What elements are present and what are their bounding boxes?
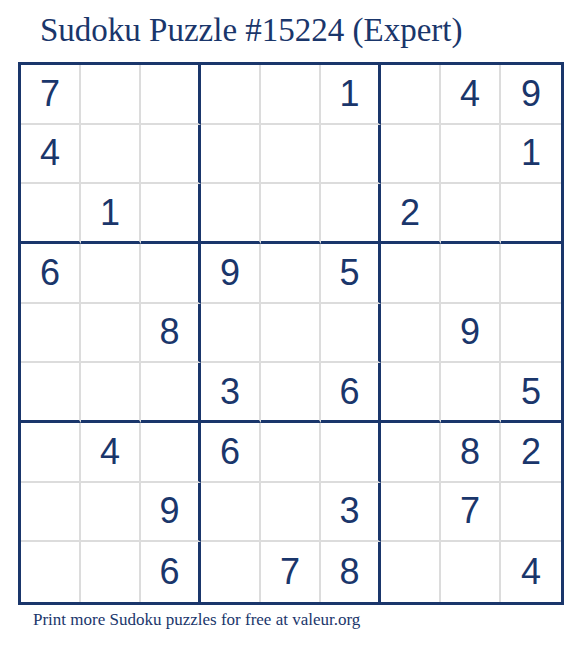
- sudoku-cell-r8c9[interactable]: [501, 483, 561, 543]
- sudoku-cell-r8c1[interactable]: [21, 483, 81, 543]
- sudoku-cell-r4c2[interactable]: [81, 244, 141, 304]
- sudoku-cell-r2c2[interactable]: [81, 125, 141, 185]
- sudoku-cell-r3c2[interactable]: 1: [81, 184, 141, 244]
- sudoku-cell-r6c5[interactable]: [261, 363, 321, 423]
- sudoku-cell-r3c6[interactable]: [321, 184, 381, 244]
- footer-text: Print more Sudoku puzzles for free at va…: [33, 610, 360, 630]
- sudoku-cell-r8c7[interactable]: [381, 483, 441, 543]
- sudoku-cell-r2c4[interactable]: [201, 125, 261, 185]
- sudoku-cell-r7c4[interactable]: 6: [201, 423, 261, 483]
- sudoku-cell-r7c5[interactable]: [261, 423, 321, 483]
- sudoku-cell-r3c3[interactable]: [141, 184, 201, 244]
- sudoku-cell-r8c6[interactable]: 3: [321, 483, 381, 543]
- sudoku-cell-r2c7[interactable]: [381, 125, 441, 185]
- sudoku-cell-r8c3[interactable]: 9: [141, 483, 201, 543]
- sudoku-cell-r6c4[interactable]: 3: [201, 363, 261, 423]
- sudoku-cell-r9c2[interactable]: [81, 542, 141, 602]
- sudoku-cell-r5c4[interactable]: [201, 304, 261, 364]
- sudoku-cell-r6c8[interactable]: [441, 363, 501, 423]
- sudoku-cell-r1c6[interactable]: 1: [321, 65, 381, 125]
- sudoku-cell-r9c5[interactable]: 7: [261, 542, 321, 602]
- sudoku-cell-r1c4[interactable]: [201, 65, 261, 125]
- sudoku-cell-r6c7[interactable]: [381, 363, 441, 423]
- sudoku-cell-r2c9[interactable]: 1: [501, 125, 561, 185]
- sudoku-cell-r3c1[interactable]: [21, 184, 81, 244]
- sudoku-cell-r9c9[interactable]: 4: [501, 542, 561, 602]
- sudoku-cell-r4c3[interactable]: [141, 244, 201, 304]
- sudoku-cell-r7c2[interactable]: 4: [81, 423, 141, 483]
- sudoku-cell-r8c5[interactable]: [261, 483, 321, 543]
- sudoku-cell-r4c4[interactable]: 9: [201, 244, 261, 304]
- sudoku-cell-r1c7[interactable]: [381, 65, 441, 125]
- sudoku-cell-r5c8[interactable]: 9: [441, 304, 501, 364]
- sudoku-cell-r5c3[interactable]: 8: [141, 304, 201, 364]
- sudoku-cell-r4c1[interactable]: 6: [21, 244, 81, 304]
- sudoku-cell-r7c7[interactable]: [381, 423, 441, 483]
- sudoku-cell-r6c9[interactable]: 5: [501, 363, 561, 423]
- sudoku-cell-r3c5[interactable]: [261, 184, 321, 244]
- sudoku-cell-r2c1[interactable]: 4: [21, 125, 81, 185]
- sudoku-cell-r2c8[interactable]: [441, 125, 501, 185]
- sudoku-cell-r7c6[interactable]: [321, 423, 381, 483]
- sudoku-cell-r8c8[interactable]: 7: [441, 483, 501, 543]
- sudoku-cell-r6c1[interactable]: [21, 363, 81, 423]
- sudoku-cell-r4c7[interactable]: [381, 244, 441, 304]
- sudoku-cell-r5c7[interactable]: [381, 304, 441, 364]
- sudoku-cell-r4c6[interactable]: 5: [321, 244, 381, 304]
- sudoku-cell-r9c4[interactable]: [201, 542, 261, 602]
- sudoku-cell-r4c8[interactable]: [441, 244, 501, 304]
- sudoku-cell-r3c8[interactable]: [441, 184, 501, 244]
- sudoku-cell-r1c8[interactable]: 4: [441, 65, 501, 125]
- sudoku-cell-r7c3[interactable]: [141, 423, 201, 483]
- sudoku-cell-r9c3[interactable]: 6: [141, 542, 201, 602]
- sudoku-cell-r3c4[interactable]: [201, 184, 261, 244]
- sudoku-cell-r3c9[interactable]: [501, 184, 561, 244]
- sudoku-cell-r8c4[interactable]: [201, 483, 261, 543]
- sudoku-page: Sudoku Puzzle #15224 (Expert) 7149411269…: [0, 0, 580, 651]
- sudoku-cell-r9c1[interactable]: [21, 542, 81, 602]
- sudoku-cell-r9c8[interactable]: [441, 542, 501, 602]
- sudoku-cell-r5c9[interactable]: [501, 304, 561, 364]
- sudoku-cell-r6c2[interactable]: [81, 363, 141, 423]
- sudoku-cell-r5c2[interactable]: [81, 304, 141, 364]
- sudoku-cell-r5c6[interactable]: [321, 304, 381, 364]
- sudoku-cell-r7c9[interactable]: 2: [501, 423, 561, 483]
- sudoku-cell-r6c6[interactable]: 6: [321, 363, 381, 423]
- sudoku-cell-r4c9[interactable]: [501, 244, 561, 304]
- sudoku-cell-r1c9[interactable]: 9: [501, 65, 561, 125]
- sudoku-cell-r1c2[interactable]: [81, 65, 141, 125]
- sudoku-board: 714941126958936546829376784: [18, 62, 564, 605]
- sudoku-cell-r9c7[interactable]: [381, 542, 441, 602]
- page-title: Sudoku Puzzle #15224 (Expert): [40, 14, 463, 47]
- sudoku-cell-r1c1[interactable]: 7: [21, 65, 81, 125]
- sudoku-cell-r4c5[interactable]: [261, 244, 321, 304]
- sudoku-cell-r5c5[interactable]: [261, 304, 321, 364]
- sudoku-cell-r2c6[interactable]: [321, 125, 381, 185]
- sudoku-cell-r2c3[interactable]: [141, 125, 201, 185]
- sudoku-cell-r6c3[interactable]: [141, 363, 201, 423]
- sudoku-cell-r5c1[interactable]: [21, 304, 81, 364]
- sudoku-cell-r7c1[interactable]: [21, 423, 81, 483]
- sudoku-cell-r9c6[interactable]: 8: [321, 542, 381, 602]
- sudoku-cell-r7c8[interactable]: 8: [441, 423, 501, 483]
- sudoku-cell-r1c5[interactable]: [261, 65, 321, 125]
- sudoku-cell-r2c5[interactable]: [261, 125, 321, 185]
- sudoku-cell-r3c7[interactable]: 2: [381, 184, 441, 244]
- sudoku-cell-r8c2[interactable]: [81, 483, 141, 543]
- sudoku-cell-r1c3[interactable]: [141, 65, 201, 125]
